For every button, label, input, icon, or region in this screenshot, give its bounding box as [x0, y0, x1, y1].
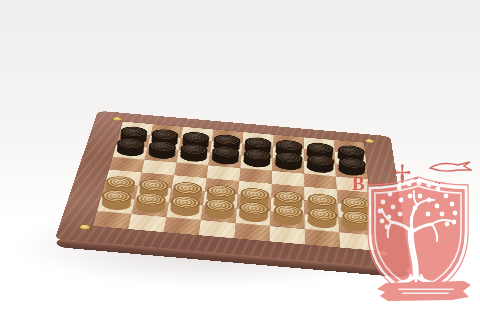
light-piece-h2: [341, 219, 371, 234]
light-piece-b2: [135, 201, 167, 216]
square-d2: [201, 205, 237, 223]
square-b1: [128, 214, 166, 232]
brass-screw-near-right: [378, 251, 389, 256]
light-piece-d2: [204, 207, 234, 222]
square-b5: [142, 160, 177, 176]
square-d1: [199, 220, 236, 238]
square-g1: [305, 229, 341, 247]
product-photo: Bles†Art: [0, 0, 480, 310]
square-a6: [113, 145, 148, 160]
dark-piece-e6: [243, 157, 270, 170]
square-h1: [339, 232, 375, 251]
square-c1: [163, 217, 200, 235]
square-a5: [109, 157, 145, 173]
brass-screw-far-right: [365, 139, 374, 143]
square-g5: [304, 174, 337, 190]
brand-suffix: Art: [409, 166, 445, 202]
dark-piece-d6: [211, 154, 239, 167]
square-a1: [93, 211, 132, 229]
square-d6: [208, 153, 241, 168]
light-piece-g2: [307, 216, 336, 231]
square-f5: [272, 171, 305, 187]
ribbon-doodle-icon: [428, 157, 472, 174]
brass-screw-far-left: [113, 117, 123, 121]
square-c2: [166, 203, 203, 221]
checkers-board: [54, 111, 410, 271]
board-grid: [93, 122, 376, 251]
light-piece-f2: [273, 213, 302, 228]
square-e1: [234, 223, 270, 241]
square-f1: [270, 226, 305, 244]
light-piece-a2: [100, 198, 132, 213]
dark-piece-a6: [115, 146, 144, 159]
square-b2: [132, 200, 169, 217]
dark-piece-h6: [338, 165, 366, 178]
light-piece-c2: [169, 204, 200, 219]
light-piece-e2: [238, 210, 268, 225]
square-h5: [336, 176, 369, 192]
brass-screw-near-left: [79, 225, 91, 230]
